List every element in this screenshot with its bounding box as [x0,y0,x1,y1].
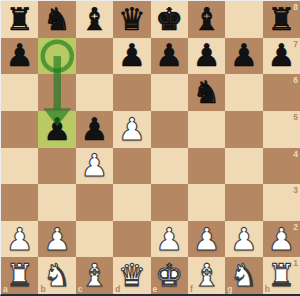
square-d3[interactable] [113,184,150,221]
board-grid: ♜♞♝♛♚♝♜8♟♟♟♟♟♟7♞6♟♟♟5♟43♟♟♟♟♟♟2♜a♞b♝c♛d♚… [1,1,300,294]
square-g2[interactable]: ♟ [225,221,262,258]
piece-black-pawn[interactable]: ♟ [188,38,225,75]
piece-black-pawn[interactable]: ♟ [38,111,75,148]
square-d5[interactable]: ♟ [113,111,150,148]
square-f8[interactable]: ♝ [188,1,225,38]
square-e4[interactable] [151,148,188,185]
square-a5[interactable] [1,111,38,148]
square-a6[interactable] [1,74,38,111]
square-b6[interactable] [38,74,75,111]
square-d7[interactable]: ♟ [113,38,150,75]
square-e6[interactable] [151,74,188,111]
piece-black-rook[interactable]: ♜ [1,1,38,38]
square-g5[interactable] [225,111,262,148]
rank-label-6: 6 [293,75,298,85]
square-c3[interactable] [76,184,113,221]
square-d1[interactable]: ♛d [113,257,150,294]
piece-black-pawn[interactable]: ♟ [225,38,262,75]
square-f4[interactable] [188,148,225,185]
square-e3[interactable] [151,184,188,221]
square-c1[interactable]: ♝c [76,257,113,294]
piece-black-pawn[interactable]: ♟ [1,38,38,75]
square-h7[interactable]: ♟7 [263,38,300,75]
file-label-g: g [227,284,232,294]
piece-black-pawn[interactable]: ♟ [151,38,188,75]
square-e7[interactable]: ♟ [151,38,188,75]
piece-black-knight[interactable]: ♞ [188,74,225,111]
square-a1[interactable]: ♜a [1,257,38,294]
square-h5[interactable]: 5 [263,111,300,148]
piece-black-pawn[interactable]: ♟ [113,38,150,75]
square-g1[interactable]: ♞g [225,257,262,294]
square-g3[interactable] [225,184,262,221]
square-g7[interactable]: ♟ [225,38,262,75]
square-f6[interactable]: ♞ [188,74,225,111]
piece-black-knight[interactable]: ♞ [38,1,75,38]
square-b2[interactable]: ♟ [38,221,75,258]
square-e2[interactable]: ♟ [151,221,188,258]
square-h2[interactable]: ♟2 [263,221,300,258]
piece-white-bishop[interactable]: ♝ [188,257,225,294]
square-h8[interactable]: ♜8 [263,1,300,38]
piece-white-pawn[interactable]: ♟ [76,148,113,185]
square-h3[interactable]: 3 [263,184,300,221]
square-a3[interactable] [1,184,38,221]
piece-white-pawn[interactable]: ♟ [151,221,188,258]
rank-label-2: 2 [293,222,298,232]
square-g4[interactable] [225,148,262,185]
square-a4[interactable] [1,148,38,185]
file-label-e: e [153,284,158,294]
square-f3[interactable] [188,184,225,221]
square-e5[interactable] [151,111,188,148]
piece-black-bishop[interactable]: ♝ [76,1,113,38]
rank-label-4: 4 [293,149,298,159]
file-label-c: c [78,284,83,294]
square-g8[interactable] [225,1,262,38]
chess-board: ♜♞♝♛♚♝♜8♟♟♟♟♟♟7♞6♟♟♟5♟43♟♟♟♟♟♟2♜a♞b♝c♛d♚… [0,0,300,296]
piece-white-pawn[interactable]: ♟ [1,221,38,258]
square-c6[interactable] [76,74,113,111]
square-c7[interactable] [76,38,113,75]
square-f1[interactable]: ♝f [188,257,225,294]
rank-label-3: 3 [293,185,298,195]
file-label-b: b [40,284,45,294]
square-b3[interactable] [38,184,75,221]
square-f7[interactable]: ♟ [188,38,225,75]
piece-white-pawn[interactable]: ♟ [225,221,262,258]
rank-label-7: 7 [293,39,298,49]
square-b4[interactable] [38,148,75,185]
square-b1[interactable]: ♞b [38,257,75,294]
square-e8[interactable]: ♚ [151,1,188,38]
square-c5[interactable]: ♟ [76,111,113,148]
square-f2[interactable]: ♟ [188,221,225,258]
square-h1[interactable]: ♜1h [263,257,300,294]
file-label-h: h [265,284,270,294]
square-b5[interactable]: ♟ [38,111,75,148]
rank-label-5: 5 [293,112,298,122]
square-c4[interactable]: ♟ [76,148,113,185]
file-label-a: a [3,284,8,294]
square-a8[interactable]: ♜ [1,1,38,38]
file-label-f: f [190,284,193,294]
piece-white-pawn[interactable]: ♟ [38,221,75,258]
piece-white-pawn[interactable]: ♟ [188,221,225,258]
piece-white-pawn[interactable]: ♟ [113,111,150,148]
square-d2[interactable] [113,221,150,258]
square-c2[interactable] [76,221,113,258]
square-a2[interactable]: ♟ [1,221,38,258]
square-d6[interactable] [113,74,150,111]
piece-black-queen[interactable]: ♛ [113,1,150,38]
square-d4[interactable] [113,148,150,185]
piece-black-bishop[interactable]: ♝ [188,1,225,38]
piece-black-king[interactable]: ♚ [151,1,188,38]
square-f5[interactable] [188,111,225,148]
file-label-d: d [115,284,120,294]
square-d8[interactable]: ♛ [113,1,150,38]
square-h4[interactable]: 4 [263,148,300,185]
square-g6[interactable] [225,74,262,111]
rank-label-1: 1 [293,258,298,268]
square-a7[interactable]: ♟ [1,38,38,75]
square-c8[interactable]: ♝ [76,1,113,38]
square-b7[interactable] [38,38,75,75]
square-h6[interactable]: 6 [263,74,300,111]
square-b8[interactable]: ♞ [38,1,75,38]
rank-label-8: 8 [293,2,298,12]
square-e1[interactable]: ♚e [151,257,188,294]
piece-black-pawn[interactable]: ♟ [76,111,113,148]
